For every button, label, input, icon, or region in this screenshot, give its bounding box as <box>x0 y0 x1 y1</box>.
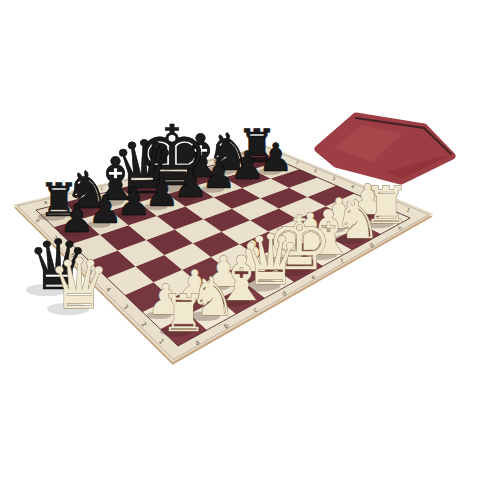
extra-white-queen: ♛ <box>48 244 110 324</box>
chess-piece-bag <box>318 116 452 181</box>
scene-canvas: aabbccddeeffgghh1122334455667788♜♞♟♝♟♚♟♛… <box>0 0 480 480</box>
chess-set-product-photo: aabbccddeeffgghh1122334455667788♜♞♟♝♟♚♟♛… <box>0 0 480 480</box>
piece-white-rook-a1: ♜ <box>161 283 207 343</box>
